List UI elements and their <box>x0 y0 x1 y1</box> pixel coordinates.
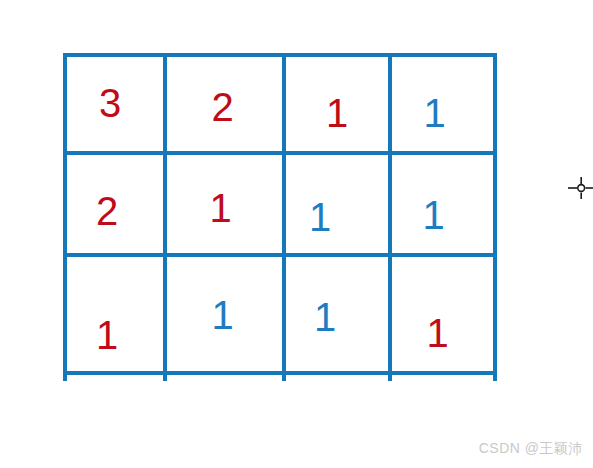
crosshair-cursor-icon <box>568 176 593 204</box>
grid-cell-r1c1: 3 <box>63 53 167 155</box>
watermark: CSDN @王颖沛 <box>479 440 583 458</box>
grid-cell-r2c2: 1 <box>167 155 286 257</box>
grid-cell-r1c2: 2 <box>167 53 286 155</box>
cell-value: 2 <box>211 87 233 127</box>
grid-cell-r3c3: 1 <box>286 257 392 375</box>
grid-cell-r3c4: 1 <box>392 257 497 375</box>
grid-cell-r1c3: 1 <box>286 53 392 155</box>
grid-cell-r3c2: 1 <box>167 257 286 375</box>
cell-value: 1 <box>209 188 231 228</box>
grid-cell-r3c1: 1 <box>63 257 167 375</box>
cell-value: 1 <box>211 295 233 335</box>
grid-cell-r1c4: 1 <box>392 53 497 155</box>
grid-cell-r2c1: 2 <box>63 155 167 257</box>
grid-cells: 3 2 1 1 2 1 1 1 1 1 1 1 <box>63 53 497 375</box>
cell-value: 1 <box>309 197 331 237</box>
cell-value: 3 <box>99 83 121 123</box>
cell-value: 1 <box>426 313 448 353</box>
cell-value: 1 <box>422 195 444 235</box>
cell-value: 2 <box>96 191 118 231</box>
cell-value: 1 <box>326 93 348 133</box>
number-grid-board: 3 2 1 1 2 1 1 1 1 1 1 1 <box>63 53 497 375</box>
grid-cell-r2c3: 1 <box>286 155 392 257</box>
page: 3 2 1 1 2 1 1 1 1 1 1 1 CSDN @王颖沛 <box>0 0 593 468</box>
cell-value: 1 <box>96 315 118 355</box>
grid-cell-r2c4: 1 <box>392 155 497 257</box>
cell-value: 1 <box>314 297 336 337</box>
cell-value: 1 <box>423 93 445 133</box>
